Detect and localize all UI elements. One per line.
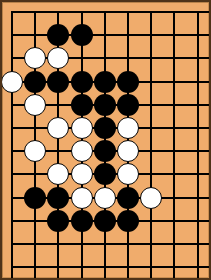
intersection (93, 47, 116, 70)
intersection (163, 24, 186, 47)
intersection (116, 24, 139, 47)
intersection (47, 47, 70, 70)
intersection (47, 255, 70, 278)
intersection (140, 186, 163, 209)
intersection (163, 70, 186, 93)
intersection (116, 255, 139, 278)
intersection (0, 70, 23, 93)
white-stone (24, 140, 46, 162)
intersection (47, 0, 70, 23)
black-stone (94, 117, 116, 139)
intersection (24, 0, 47, 23)
intersection (93, 116, 116, 139)
intersection (24, 93, 47, 116)
intersection (140, 140, 163, 163)
intersection (186, 116, 209, 139)
black-stone (117, 71, 139, 93)
intersection (47, 24, 70, 47)
intersection (47, 116, 70, 139)
intersection (70, 255, 93, 278)
white-stone (117, 140, 139, 162)
white-stone (47, 117, 69, 139)
intersection (93, 255, 116, 278)
intersection (140, 116, 163, 139)
intersection (70, 209, 93, 232)
intersection (116, 163, 139, 186)
intersection (186, 93, 209, 116)
intersection (186, 47, 209, 70)
intersection (70, 93, 93, 116)
intersection (186, 209, 209, 232)
intersection (70, 24, 93, 47)
intersection (186, 232, 209, 255)
intersection (186, 255, 209, 278)
intersection (186, 140, 209, 163)
intersection (140, 70, 163, 93)
intersection (163, 186, 186, 209)
intersection (186, 163, 209, 186)
intersection (116, 232, 139, 255)
intersection (70, 163, 93, 186)
intersection (140, 24, 163, 47)
black-stone (71, 210, 93, 232)
black-stone (47, 187, 69, 209)
intersection (163, 93, 186, 116)
intersection (0, 24, 23, 47)
intersection (47, 163, 70, 186)
intersection (0, 186, 23, 209)
black-stone (47, 210, 69, 232)
black-stone (117, 187, 139, 209)
white-stone (71, 187, 93, 209)
intersection (47, 93, 70, 116)
intersection (47, 186, 70, 209)
go-board (0, 0, 211, 280)
white-stone (24, 47, 46, 69)
intersection (186, 186, 209, 209)
black-stone (71, 71, 93, 93)
intersection (140, 232, 163, 255)
intersection (70, 0, 93, 23)
intersection (24, 209, 47, 232)
intersection (140, 209, 163, 232)
intersection (70, 140, 93, 163)
intersection (70, 47, 93, 70)
black-stone (47, 24, 69, 46)
black-stone (24, 187, 46, 209)
intersection (24, 163, 47, 186)
intersection (163, 140, 186, 163)
intersection (140, 93, 163, 116)
white-stone (24, 94, 46, 116)
intersection (47, 140, 70, 163)
white-stone (71, 140, 93, 162)
white-stone (71, 163, 93, 185)
intersection (163, 209, 186, 232)
intersection (0, 47, 23, 70)
black-stone (94, 71, 116, 93)
intersection (24, 47, 47, 70)
white-stone (47, 163, 69, 185)
white-stone (47, 47, 69, 69)
black-stone (117, 94, 139, 116)
intersection (140, 163, 163, 186)
black-stone (24, 71, 46, 93)
black-stone (71, 24, 93, 46)
intersection (116, 70, 139, 93)
intersection (24, 255, 47, 278)
intersection (93, 0, 116, 23)
intersection (116, 47, 139, 70)
intersection (47, 70, 70, 93)
intersection (116, 186, 139, 209)
black-stone (47, 71, 69, 93)
intersection (93, 24, 116, 47)
white-stone (117, 117, 139, 139)
black-stone (94, 210, 116, 232)
intersection (0, 93, 23, 116)
intersection (93, 186, 116, 209)
intersection (140, 0, 163, 23)
intersection (116, 209, 139, 232)
intersection (24, 70, 47, 93)
intersection (0, 209, 23, 232)
intersection (93, 140, 116, 163)
black-stone (94, 163, 116, 185)
intersection (70, 70, 93, 93)
intersection (140, 255, 163, 278)
intersection (93, 70, 116, 93)
intersection (93, 163, 116, 186)
intersection (0, 163, 23, 186)
intersection (24, 232, 47, 255)
intersection (24, 140, 47, 163)
intersection (70, 186, 93, 209)
intersection (186, 70, 209, 93)
black-stone (117, 210, 139, 232)
intersection (163, 116, 186, 139)
intersection (116, 0, 139, 23)
stone-grid (0, 0, 209, 278)
intersection (0, 140, 23, 163)
intersection (163, 163, 186, 186)
white-stone (94, 187, 116, 209)
intersection (140, 47, 163, 70)
intersection (24, 116, 47, 139)
white-stone (140, 187, 162, 209)
white-stone (71, 117, 93, 139)
intersection (163, 255, 186, 278)
intersection (186, 24, 209, 47)
intersection (163, 0, 186, 23)
intersection (24, 186, 47, 209)
intersection (47, 209, 70, 232)
intersection (70, 232, 93, 255)
intersection (116, 140, 139, 163)
intersection (47, 232, 70, 255)
intersection (116, 93, 139, 116)
intersection (0, 116, 23, 139)
intersection (0, 255, 23, 278)
intersection (93, 232, 116, 255)
intersection (163, 232, 186, 255)
intersection (93, 93, 116, 116)
intersection (186, 0, 209, 23)
intersection (116, 116, 139, 139)
intersection (24, 24, 47, 47)
intersection (0, 0, 23, 23)
white-stone (117, 163, 139, 185)
black-stone (94, 94, 116, 116)
black-stone (71, 94, 93, 116)
intersection (163, 47, 186, 70)
black-stone (94, 140, 116, 162)
intersection (70, 116, 93, 139)
intersection (93, 209, 116, 232)
white-stone (1, 71, 23, 93)
intersection (0, 232, 23, 255)
